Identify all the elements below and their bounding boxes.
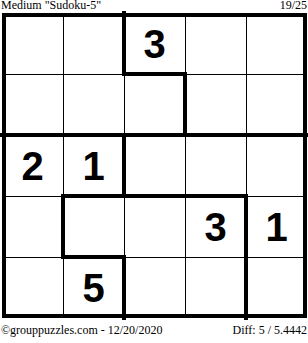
cell-r5c1 [2,257,63,318]
cell-r4c2 [63,196,124,257]
cell-r2c1 [2,74,63,135]
cell-r1c4 [185,13,246,74]
cell-r2c3 [124,74,185,135]
cell-r1c2 [63,13,124,74]
given-digit-r5c2: 5 [82,266,104,310]
cell-r5c4 [185,257,246,318]
given-digit-r3c2: 1 [82,144,104,188]
given-digit-r1c3: 3 [143,22,165,66]
cell-r3c4 [185,135,246,196]
cell-r2c5 [246,74,307,135]
cell-r1c1 [2,13,63,74]
cell-r2c2 [63,74,124,135]
cell-r1c5 [246,13,307,74]
puzzle-page: Medium "Sudoku-5" 19/25 321315 ©grouppuz… [0,0,308,343]
cell-r4c1 [2,196,63,257]
sudoku-board: 321315 [0,0,308,343]
cell-r3c3 [124,135,185,196]
cell-r5c5 [246,257,307,318]
given-digit-r4c4: 3 [204,205,226,249]
cell-r4c3 [124,196,185,257]
cell-r3c5 [246,135,307,196]
cell-r2c4 [185,74,246,135]
cell-r5c3 [124,257,185,318]
copyright-credit: ©grouppuzzles.com - 12/20/2020 [1,323,162,338]
difficulty-label: Diff: 5 / 5.4442 [233,323,307,338]
given-digit-r4c5: 1 [265,205,287,249]
given-digit-r3c1: 2 [21,144,43,188]
